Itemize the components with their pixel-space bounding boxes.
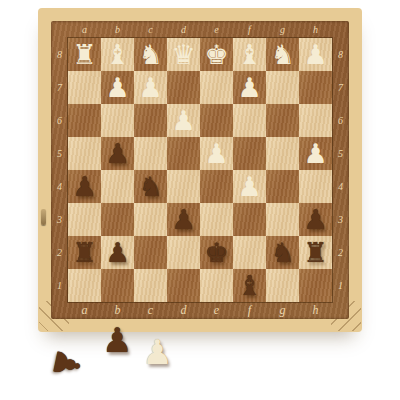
square-f7: ♟ xyxy=(233,71,266,104)
square-e8: ♚ xyxy=(200,38,233,71)
square-g6 xyxy=(266,104,299,137)
square-d4 xyxy=(167,170,200,203)
square-h4 xyxy=(299,170,332,203)
square-a1 xyxy=(68,269,101,302)
file-label-top-d: d xyxy=(167,21,200,38)
square-c7: ♟ xyxy=(134,71,167,104)
file-label-top-b: b xyxy=(101,21,134,38)
white-pawn-b7: ♟ xyxy=(105,71,129,104)
square-c8: ♞ xyxy=(134,38,167,71)
rank-label-right-6: 6 xyxy=(332,104,349,137)
square-h7 xyxy=(299,71,332,104)
file-label-top-a: a xyxy=(68,21,101,38)
square-c1 xyxy=(134,269,167,302)
white-pawn-h8: ♟ xyxy=(303,38,327,71)
square-e1 xyxy=(200,269,233,302)
square-b5: ♟ xyxy=(101,137,134,170)
file-label-bottom-f: f xyxy=(233,302,266,319)
square-d1 xyxy=(167,269,200,302)
hinge-pins xyxy=(41,209,46,225)
board-border: abcdefgh abcdefgh 87654321 87654321 ♜♝♞♛… xyxy=(51,21,349,319)
square-f4: ♟ xyxy=(233,170,266,203)
dark-pawn-b2: ♟ xyxy=(105,236,129,269)
dark-rook-h2: ♜ xyxy=(303,236,327,269)
file-label-top-g: g xyxy=(266,21,299,38)
dark-pawn-h3: ♟ xyxy=(303,203,327,236)
square-c5 xyxy=(134,137,167,170)
square-a3 xyxy=(68,203,101,236)
square-d6: ♟ xyxy=(167,104,200,137)
file-label-bottom-h: h xyxy=(299,302,332,319)
dark-knight-g2: ♞ xyxy=(270,236,294,269)
rank-label-right-7: 7 xyxy=(332,71,349,104)
square-e4 xyxy=(200,170,233,203)
white-pawn-f4: ♟ xyxy=(237,170,261,203)
rank-label-left-6: 6 xyxy=(51,104,68,137)
square-h1 xyxy=(299,269,332,302)
square-b3 xyxy=(101,203,134,236)
file-label-top-h: h xyxy=(299,21,332,38)
rank-label-right-1: 1 xyxy=(332,269,349,302)
square-a8: ♜ xyxy=(68,38,101,71)
square-g3 xyxy=(266,203,299,236)
square-c6 xyxy=(134,104,167,137)
dark-pawn-d3: ♟ xyxy=(171,203,195,236)
square-g4 xyxy=(266,170,299,203)
square-h8: ♟ xyxy=(299,38,332,71)
rank-label-left-5: 5 xyxy=(51,137,68,170)
file-label-bottom-e: e xyxy=(200,302,233,319)
white-pawn-d6: ♟ xyxy=(171,104,195,137)
rank-labels-left: 87654321 xyxy=(51,38,68,302)
square-b2: ♟ xyxy=(101,236,134,269)
file-label-bottom-c: c xyxy=(134,302,167,319)
square-c2 xyxy=(134,236,167,269)
square-b4 xyxy=(101,170,134,203)
rank-label-right-3: 3 xyxy=(332,203,349,236)
square-g8: ♞ xyxy=(266,38,299,71)
square-h2: ♜ xyxy=(299,236,332,269)
white-bishop-b8: ♝ xyxy=(105,38,129,71)
white-pawn-standing: ♟ xyxy=(142,332,172,372)
square-f1: ♝ xyxy=(233,269,266,302)
file-label-top-f: f xyxy=(233,21,266,38)
square-b7: ♟ xyxy=(101,71,134,104)
rank-labels-right: 87654321 xyxy=(332,38,349,302)
square-f5 xyxy=(233,137,266,170)
file-label-top-c: c xyxy=(134,21,167,38)
square-b6 xyxy=(101,104,134,137)
file-label-top-e: e xyxy=(200,21,233,38)
dark-pawn-a4: ♟ xyxy=(72,170,96,203)
white-knight-g8: ♞ xyxy=(270,38,294,71)
square-d7 xyxy=(167,71,200,104)
file-label-bottom-b: b xyxy=(101,302,134,319)
rank-label-right-2: 2 xyxy=(332,236,349,269)
dark-bishop-f1: ♝ xyxy=(237,269,261,302)
square-d2 xyxy=(167,236,200,269)
dark-pawn-lying: ♟ xyxy=(45,345,90,383)
white-rook-a8: ♜ xyxy=(72,38,96,71)
square-d8: ♛ xyxy=(167,38,200,71)
square-c3 xyxy=(134,203,167,236)
square-c4: ♞ xyxy=(134,170,167,203)
rank-label-left-4: 4 xyxy=(51,170,68,203)
square-e2: ♚ xyxy=(200,236,233,269)
square-f2 xyxy=(233,236,266,269)
square-f3 xyxy=(233,203,266,236)
square-b8: ♝ xyxy=(101,38,134,71)
dark-pawn-standing: ♟ xyxy=(102,320,132,360)
rank-label-left-3: 3 xyxy=(51,203,68,236)
square-h5: ♟ xyxy=(299,137,332,170)
square-d3: ♟ xyxy=(167,203,200,236)
square-a7 xyxy=(68,71,101,104)
square-f6 xyxy=(233,104,266,137)
file-labels-top: abcdefgh xyxy=(68,21,332,38)
square-h6 xyxy=(299,104,332,137)
rank-label-right-5: 5 xyxy=(332,137,349,170)
square-d5 xyxy=(167,137,200,170)
file-labels-bottom: abcdefgh xyxy=(68,302,332,319)
rank-label-right-8: 8 xyxy=(332,38,349,71)
square-g5 xyxy=(266,137,299,170)
white-knight-c8: ♞ xyxy=(138,38,162,71)
white-bishop-f8: ♝ xyxy=(237,38,261,71)
white-king-e8: ♚ xyxy=(204,38,228,71)
square-b1 xyxy=(101,269,134,302)
square-e3 xyxy=(200,203,233,236)
chess-board: abcdefgh abcdefgh 87654321 87654321 ♜♝♞♛… xyxy=(38,8,362,332)
rank-label-left-1: 1 xyxy=(51,269,68,302)
file-label-bottom-d: d xyxy=(167,302,200,319)
off-board-pieces: ♟ ♟ ♟ xyxy=(50,330,220,400)
square-a4: ♟ xyxy=(68,170,101,203)
square-g1 xyxy=(266,269,299,302)
rank-label-left-7: 7 xyxy=(51,71,68,104)
rank-label-right-4: 4 xyxy=(332,170,349,203)
white-pawn-e5: ♟ xyxy=(204,137,228,170)
dark-rook-a2: ♜ xyxy=(72,236,96,269)
board-grid: ♜♝♞♛♚♝♞♟♟♟♟♟♟♟♟♟♞♟♟♟♜♟♚♞♜♝ xyxy=(68,38,332,302)
file-label-bottom-a: a xyxy=(68,302,101,319)
file-label-bottom-g: g xyxy=(266,302,299,319)
square-g7 xyxy=(266,71,299,104)
white-pawn-f7: ♟ xyxy=(237,71,261,104)
rank-label-left-2: 2 xyxy=(51,236,68,269)
square-e7 xyxy=(200,71,233,104)
square-e6 xyxy=(200,104,233,137)
white-pawn-h5: ♟ xyxy=(303,137,327,170)
square-e5: ♟ xyxy=(200,137,233,170)
rank-label-left-8: 8 xyxy=(51,38,68,71)
square-a5 xyxy=(68,137,101,170)
dark-knight-c4: ♞ xyxy=(138,170,162,203)
square-a6 xyxy=(68,104,101,137)
dark-king-e2: ♚ xyxy=(204,236,228,269)
white-pawn-c7: ♟ xyxy=(138,71,162,104)
white-queen-d8: ♛ xyxy=(171,38,195,71)
dark-pawn-b5: ♟ xyxy=(105,137,129,170)
square-f8: ♝ xyxy=(233,38,266,71)
square-g2: ♞ xyxy=(266,236,299,269)
square-a2: ♜ xyxy=(68,236,101,269)
square-h3: ♟ xyxy=(299,203,332,236)
